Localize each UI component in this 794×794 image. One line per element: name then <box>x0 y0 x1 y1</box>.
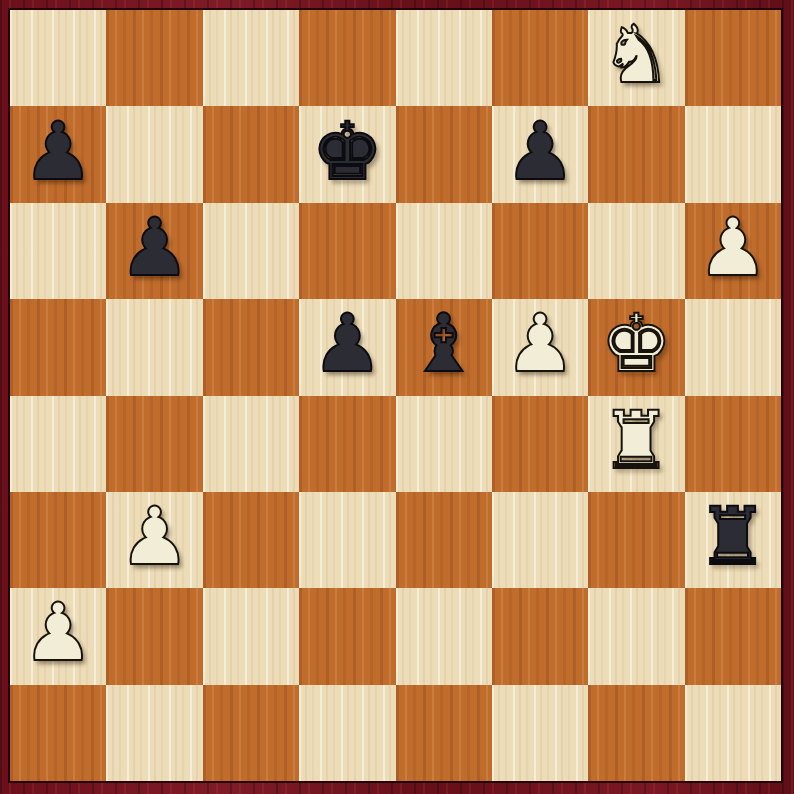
square-a3[interactable] <box>10 492 106 588</box>
square-g2[interactable] <box>588 588 684 684</box>
square-e3[interactable] <box>396 492 492 588</box>
square-f2[interactable] <box>492 588 588 684</box>
black-pawn: ♟ <box>119 208 191 288</box>
white-rook: ♜ <box>601 401 673 481</box>
square-a4[interactable] <box>10 396 106 492</box>
square-d3[interactable] <box>299 492 395 588</box>
square-h1[interactable] <box>685 685 781 781</box>
square-c3[interactable] <box>203 492 299 588</box>
square-h3[interactable]: ♜ <box>685 492 781 588</box>
white-pawn: ♟ <box>119 497 191 577</box>
black-pawn: ♟ <box>311 304 383 384</box>
square-f8[interactable] <box>492 10 588 106</box>
square-c7[interactable] <box>203 106 299 202</box>
square-d1[interactable] <box>299 685 395 781</box>
square-d2[interactable] <box>299 588 395 684</box>
square-b8[interactable] <box>106 10 202 106</box>
white-pawn: ♟ <box>504 304 576 384</box>
square-b2[interactable] <box>106 588 202 684</box>
square-c4[interactable] <box>203 396 299 492</box>
square-d7[interactable]: ♚ <box>299 106 395 202</box>
square-f4[interactable] <box>492 396 588 492</box>
square-f1[interactable] <box>492 685 588 781</box>
square-a8[interactable] <box>10 10 106 106</box>
white-king: ♚ <box>601 304 673 384</box>
square-a2[interactable]: ♟ <box>10 588 106 684</box>
white-pawn: ♟ <box>697 208 769 288</box>
square-g6[interactable] <box>588 203 684 299</box>
square-g5[interactable]: ♚ <box>588 299 684 395</box>
square-f5[interactable]: ♟ <box>492 299 588 395</box>
square-b1[interactable] <box>106 685 202 781</box>
square-e1[interactable] <box>396 685 492 781</box>
square-e6[interactable] <box>396 203 492 299</box>
square-h5[interactable] <box>685 299 781 395</box>
square-b5[interactable] <box>106 299 202 395</box>
square-h2[interactable] <box>685 588 781 684</box>
black-rook: ♜ <box>697 497 769 577</box>
square-e5[interactable]: ♝ <box>396 299 492 395</box>
square-g8[interactable]: ♞ <box>588 10 684 106</box>
square-h7[interactable] <box>685 106 781 202</box>
square-e2[interactable] <box>396 588 492 684</box>
square-g7[interactable] <box>588 106 684 202</box>
square-g4[interactable]: ♜ <box>588 396 684 492</box>
square-b7[interactable] <box>106 106 202 202</box>
square-a7[interactable]: ♟ <box>10 106 106 202</box>
square-a5[interactable] <box>10 299 106 395</box>
square-f6[interactable] <box>492 203 588 299</box>
square-f7[interactable]: ♟ <box>492 106 588 202</box>
square-b4[interactable] <box>106 396 202 492</box>
square-b3[interactable]: ♟ <box>106 492 202 588</box>
square-f3[interactable] <box>492 492 588 588</box>
white-knight: ♞ <box>601 15 673 95</box>
board-frame: ♞♟♚♟♟♟♟♝♟♚♜♟♜♟ <box>0 0 794 794</box>
square-e4[interactable] <box>396 396 492 492</box>
square-d8[interactable] <box>299 10 395 106</box>
black-bishop: ♝ <box>408 304 480 384</box>
square-e8[interactable] <box>396 10 492 106</box>
square-b6[interactable]: ♟ <box>106 203 202 299</box>
square-g1[interactable] <box>588 685 684 781</box>
square-h6[interactable]: ♟ <box>685 203 781 299</box>
black-pawn: ♟ <box>22 112 94 192</box>
square-c8[interactable] <box>203 10 299 106</box>
square-h8[interactable] <box>685 10 781 106</box>
square-a6[interactable] <box>10 203 106 299</box>
square-d5[interactable]: ♟ <box>299 299 395 395</box>
black-pawn: ♟ <box>504 112 576 192</box>
white-pawn: ♟ <box>22 593 94 673</box>
square-c2[interactable] <box>203 588 299 684</box>
square-h4[interactable] <box>685 396 781 492</box>
chess-board: ♞♟♚♟♟♟♟♝♟♚♜♟♜♟ <box>10 10 781 781</box>
square-d4[interactable] <box>299 396 395 492</box>
square-e7[interactable] <box>396 106 492 202</box>
square-a1[interactable] <box>10 685 106 781</box>
square-c6[interactable] <box>203 203 299 299</box>
black-king: ♚ <box>311 112 383 192</box>
square-d6[interactable] <box>299 203 395 299</box>
square-c5[interactable] <box>203 299 299 395</box>
square-c1[interactable] <box>203 685 299 781</box>
square-g3[interactable] <box>588 492 684 588</box>
